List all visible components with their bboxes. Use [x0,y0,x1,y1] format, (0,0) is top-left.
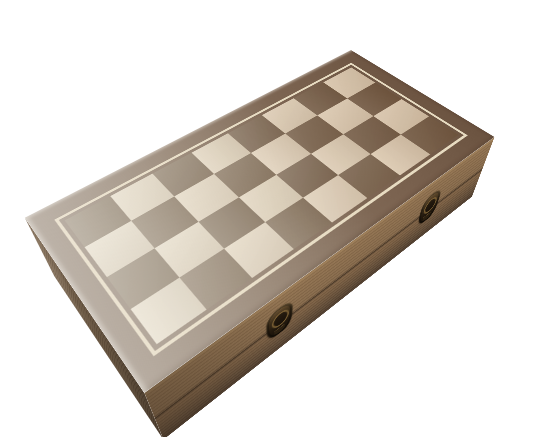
board-square-light [110,174,174,221]
front-clasp-right [416,186,443,227]
chess-box [25,50,495,393]
chess-box-scene [25,50,515,410]
board-square-light [85,221,155,277]
board-square-dark [107,248,180,309]
board-square-dark [65,196,132,247]
board-square-dark [265,198,332,250]
board-square-light [154,221,224,277]
front-clasp-left [266,298,293,343]
board-square-light [224,222,294,278]
board-square-dark [131,197,198,248]
board-square-dark [198,197,265,248]
clasp-ring-icon [422,194,438,217]
photo-background [0,0,540,437]
board-square-light [239,175,303,223]
board-square-light [303,175,367,223]
board-square-light [130,277,206,344]
board-square-dark [179,249,252,310]
board-square-light [174,174,238,221]
